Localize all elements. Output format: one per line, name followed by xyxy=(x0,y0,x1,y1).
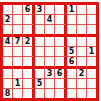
cell-r1c9[interactable] xyxy=(87,5,96,15)
cell-r2c9[interactable] xyxy=(87,15,96,25)
cell-r7c6-given[interactable]: 6 xyxy=(55,69,67,79)
cell-r6c6[interactable] xyxy=(55,57,67,69)
cell-r7c8-given[interactable]: 2 xyxy=(77,69,87,79)
cell-r3c3[interactable] xyxy=(23,25,35,37)
cell-r7c3[interactable] xyxy=(23,69,35,79)
cell-r2c4[interactable] xyxy=(35,15,45,25)
cell-r3c6[interactable] xyxy=(55,25,67,37)
cell-r4c2-given[interactable]: 7 xyxy=(13,37,23,47)
cell-r8c3[interactable] xyxy=(23,79,35,89)
cell-r1c5[interactable] xyxy=(45,5,55,15)
cell-r5c9-given[interactable]: 1 xyxy=(87,47,96,57)
cell-r2c2[interactable] xyxy=(13,15,23,25)
cell-r7c4[interactable] xyxy=(35,69,45,79)
cell-r4c1-given[interactable]: 4 xyxy=(3,37,13,47)
cell-r9c6[interactable] xyxy=(55,89,67,98)
cell-r6c5[interactable] xyxy=(45,57,55,69)
cell-r4c8[interactable] xyxy=(77,37,87,47)
cell-r2c8[interactable] xyxy=(77,15,87,25)
cell-r7c7[interactable] xyxy=(67,69,77,79)
cell-r4c6[interactable] xyxy=(55,37,67,47)
cell-r3c2[interactable] xyxy=(13,25,23,37)
cell-r5c4[interactable] xyxy=(35,47,45,57)
cell-r4c5[interactable] xyxy=(45,37,55,47)
cell-r5c1[interactable] xyxy=(3,47,13,57)
cell-r1c8[interactable] xyxy=(77,5,87,15)
cell-r6c7-given[interactable]: 6 xyxy=(67,57,77,69)
cell-r8c6[interactable] xyxy=(55,79,67,89)
cell-r2c7[interactable] xyxy=(67,15,77,25)
cell-r8c9[interactable] xyxy=(87,79,96,89)
cell-r9c8[interactable] xyxy=(77,89,87,98)
cell-r4c3-given[interactable]: 2 xyxy=(23,37,35,47)
cell-r3c7[interactable] xyxy=(67,25,77,37)
cell-r5c2[interactable] xyxy=(13,47,23,57)
cell-r3c9[interactable] xyxy=(87,25,96,37)
cell-r8c4-given[interactable]: 5 xyxy=(35,79,45,89)
cell-r4c9[interactable] xyxy=(87,37,96,47)
cell-r2c6[interactable] xyxy=(55,15,67,25)
cell-r9c1-given[interactable]: 8 xyxy=(3,89,13,98)
cell-r3c5[interactable] xyxy=(45,25,55,37)
cell-r3c8[interactable] xyxy=(77,25,87,37)
cell-r6c8[interactable] xyxy=(77,57,87,69)
cell-r8c5[interactable] xyxy=(45,79,55,89)
cell-r1c4-given[interactable]: 3 xyxy=(35,5,45,15)
cell-r1c7-given[interactable]: 1 xyxy=(67,5,77,15)
cell-r2c3[interactable] xyxy=(23,15,35,25)
cell-r9c5[interactable] xyxy=(45,89,55,98)
cell-r6c3[interactable] xyxy=(23,57,35,69)
cell-r4c4[interactable] xyxy=(35,37,45,47)
cell-r4c7[interactable] xyxy=(67,37,77,47)
cell-r7c1[interactable] xyxy=(3,69,13,79)
cell-r1c3-given[interactable]: 6 xyxy=(23,5,35,15)
cell-r7c9[interactable] xyxy=(87,69,96,79)
cell-r9c2[interactable] xyxy=(13,89,23,98)
cell-r6c1[interactable] xyxy=(3,57,13,69)
cell-r3c4[interactable] xyxy=(35,25,45,37)
cell-r8c8[interactable] xyxy=(77,79,87,89)
cell-r8c2-given[interactable]: 1 xyxy=(13,79,23,89)
cell-r9c3[interactable] xyxy=(23,89,35,98)
cell-r9c9[interactable] xyxy=(87,89,96,98)
cell-r5c7-given[interactable]: 5 xyxy=(67,47,77,57)
cell-r8c1[interactable] xyxy=(3,79,13,89)
cell-r2c5-given[interactable]: 4 xyxy=(45,15,55,25)
sudoku-board: 63124472516362158 xyxy=(0,2,99,101)
cell-r5c3[interactable] xyxy=(23,47,35,57)
cell-r6c2[interactable] xyxy=(13,57,23,69)
cell-r9c4[interactable] xyxy=(35,89,45,98)
cell-r8c7[interactable] xyxy=(67,79,77,89)
cell-r6c4[interactable] xyxy=(35,57,45,69)
cell-r2c1-given[interactable]: 2 xyxy=(3,15,13,25)
cell-r5c5[interactable] xyxy=(45,47,55,57)
cell-r9c7[interactable] xyxy=(67,89,77,98)
cell-r6c9[interactable] xyxy=(87,57,96,69)
cell-r5c6[interactable] xyxy=(55,47,67,57)
cell-r3c1[interactable] xyxy=(3,25,13,37)
cell-r5c8[interactable] xyxy=(77,47,87,57)
cell-r1c1[interactable] xyxy=(3,5,13,15)
cell-r7c5-given[interactable]: 3 xyxy=(45,69,55,79)
cell-r7c2[interactable] xyxy=(13,69,23,79)
cell-r1c2[interactable] xyxy=(13,5,23,15)
cell-r1c6[interactable] xyxy=(55,5,67,15)
